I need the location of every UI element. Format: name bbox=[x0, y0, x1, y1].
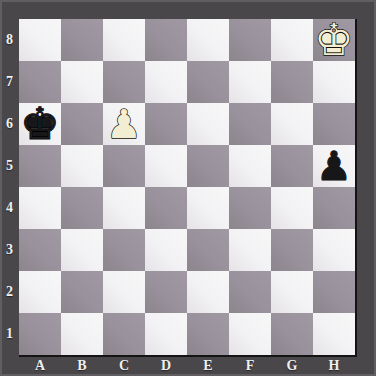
square-d6[interactable] bbox=[145, 103, 187, 145]
square-h1[interactable] bbox=[313, 313, 355, 355]
black-pawn-h5[interactable]: ♟ bbox=[316, 146, 352, 186]
square-f5[interactable] bbox=[229, 145, 271, 187]
square-f7[interactable] bbox=[229, 61, 271, 103]
square-e5[interactable] bbox=[187, 145, 229, 187]
rank-label-6: 6 bbox=[0, 103, 19, 145]
square-a4[interactable] bbox=[19, 187, 61, 229]
square-c3[interactable] bbox=[103, 229, 145, 271]
square-b2[interactable] bbox=[61, 271, 103, 313]
square-g8[interactable] bbox=[271, 19, 313, 61]
square-e6[interactable] bbox=[187, 103, 229, 145]
square-b8[interactable] bbox=[61, 19, 103, 61]
square-h4[interactable] bbox=[313, 187, 355, 229]
white-king-h8[interactable]: ♚ bbox=[314, 18, 353, 62]
rank-label-1: 1 bbox=[0, 313, 19, 355]
square-f3[interactable] bbox=[229, 229, 271, 271]
square-h7[interactable] bbox=[313, 61, 355, 103]
file-label-g: G bbox=[271, 356, 313, 376]
square-a7[interactable] bbox=[19, 61, 61, 103]
square-e2[interactable] bbox=[187, 271, 229, 313]
square-h6[interactable] bbox=[313, 103, 355, 145]
file-label-a: A bbox=[19, 356, 61, 376]
square-e3[interactable] bbox=[187, 229, 229, 271]
file-label-h: H bbox=[313, 356, 355, 376]
square-d8[interactable] bbox=[145, 19, 187, 61]
square-a2[interactable] bbox=[19, 271, 61, 313]
file-label-b: B bbox=[61, 356, 103, 376]
rank-label-7: 7 bbox=[0, 61, 19, 103]
rank-label-8: 8 bbox=[0, 19, 19, 61]
square-f4[interactable] bbox=[229, 187, 271, 229]
square-f1[interactable] bbox=[229, 313, 271, 355]
file-label-e: E bbox=[187, 356, 229, 376]
square-f2[interactable] bbox=[229, 271, 271, 313]
square-d2[interactable] bbox=[145, 271, 187, 313]
square-b4[interactable] bbox=[61, 187, 103, 229]
square-c4[interactable] bbox=[103, 187, 145, 229]
square-g7[interactable] bbox=[271, 61, 313, 103]
square-a3[interactable] bbox=[19, 229, 61, 271]
square-a8[interactable] bbox=[19, 19, 61, 61]
square-d7[interactable] bbox=[145, 61, 187, 103]
file-label-f: F bbox=[229, 356, 271, 376]
white-pawn-c6[interactable]: ♟ bbox=[106, 104, 142, 144]
square-h5[interactable]: ♟ bbox=[313, 145, 355, 187]
square-b5[interactable] bbox=[61, 145, 103, 187]
square-d5[interactable] bbox=[145, 145, 187, 187]
square-b6[interactable] bbox=[61, 103, 103, 145]
square-c2[interactable] bbox=[103, 271, 145, 313]
square-d3[interactable] bbox=[145, 229, 187, 271]
square-c7[interactable] bbox=[103, 61, 145, 103]
square-e7[interactable] bbox=[187, 61, 229, 103]
square-c8[interactable] bbox=[103, 19, 145, 61]
square-h2[interactable] bbox=[313, 271, 355, 313]
file-label-c: C bbox=[103, 356, 145, 376]
rank-label-3: 3 bbox=[0, 229, 19, 271]
square-e8[interactable] bbox=[187, 19, 229, 61]
rank-label-4: 4 bbox=[0, 187, 19, 229]
file-label-d: D bbox=[145, 356, 187, 376]
rank-label-5: 5 bbox=[0, 145, 19, 187]
square-g6[interactable] bbox=[271, 103, 313, 145]
square-c5[interactable] bbox=[103, 145, 145, 187]
square-f8[interactable] bbox=[229, 19, 271, 61]
chessboard: ♚♚♟♟ bbox=[19, 19, 357, 357]
square-h3[interactable] bbox=[313, 229, 355, 271]
square-g4[interactable] bbox=[271, 187, 313, 229]
square-e1[interactable] bbox=[187, 313, 229, 355]
square-c6[interactable]: ♟ bbox=[103, 103, 145, 145]
chessboard-frame: ♚♚♟♟ 87654321 ABCDEFGH bbox=[0, 0, 376, 376]
square-b1[interactable] bbox=[61, 313, 103, 355]
square-a5[interactable] bbox=[19, 145, 61, 187]
square-b3[interactable] bbox=[61, 229, 103, 271]
rank-label-2: 2 bbox=[0, 271, 19, 313]
square-d1[interactable] bbox=[145, 313, 187, 355]
square-g3[interactable] bbox=[271, 229, 313, 271]
square-f6[interactable] bbox=[229, 103, 271, 145]
black-king-a6[interactable]: ♚ bbox=[20, 102, 59, 146]
square-d4[interactable] bbox=[145, 187, 187, 229]
square-c1[interactable] bbox=[103, 313, 145, 355]
square-b7[interactable] bbox=[61, 61, 103, 103]
square-g5[interactable] bbox=[271, 145, 313, 187]
square-g1[interactable] bbox=[271, 313, 313, 355]
square-g2[interactable] bbox=[271, 271, 313, 313]
square-h8[interactable]: ♚ bbox=[313, 19, 355, 61]
square-a1[interactable] bbox=[19, 313, 61, 355]
square-e4[interactable] bbox=[187, 187, 229, 229]
square-a6[interactable]: ♚ bbox=[19, 103, 61, 145]
